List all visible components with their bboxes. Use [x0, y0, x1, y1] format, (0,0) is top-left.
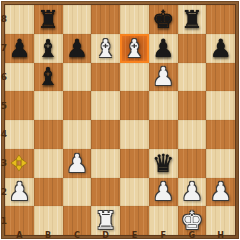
square-e7[interactable]: ♝: [120, 34, 149, 63]
file-label-e: E: [120, 230, 149, 240]
square-e2[interactable]: [120, 178, 149, 207]
square-c3[interactable]: ♟: [63, 149, 92, 178]
square-e3[interactable]: [120, 149, 149, 178]
square-b6[interactable]: ♝: [34, 63, 63, 92]
black-pawn-h7[interactable]: ♟: [209, 36, 231, 61]
square-g2[interactable]: ♟: [178, 178, 207, 207]
white-pawn-f2[interactable]: ♟: [152, 179, 174, 204]
chess-board: ♜♚♜♟♝♟♝♝♟♟♝♟♟♛♟♟♟♟♜♚: [5, 5, 235, 235]
black-bishop-b6[interactable]: ♝: [37, 64, 59, 89]
square-e4[interactable]: [120, 120, 149, 149]
square-a6[interactable]: [5, 63, 34, 92]
file-label-f: F: [149, 230, 178, 240]
square-g7[interactable]: [178, 34, 207, 63]
square-h6[interactable]: [206, 63, 235, 92]
square-f8[interactable]: ♚: [149, 5, 178, 34]
black-pawn-c7[interactable]: ♟: [66, 36, 88, 61]
square-d3[interactable]: [91, 149, 120, 178]
square-b4[interactable]: [34, 120, 63, 149]
square-a4[interactable]: [5, 120, 34, 149]
square-g6[interactable]: [178, 63, 207, 92]
square-c4[interactable]: [63, 120, 92, 149]
file-label-a: A: [5, 230, 34, 240]
square-b7[interactable]: ♝: [34, 34, 63, 63]
black-pawn-f7[interactable]: ♟: [152, 36, 174, 61]
white-bishop-d7[interactable]: ♝: [94, 36, 116, 61]
rank-label-2: 2: [0, 178, 8, 207]
square-f6[interactable]: ♟: [149, 63, 178, 92]
white-pawn-h2[interactable]: ♟: [209, 179, 231, 204]
square-b2[interactable]: [34, 178, 63, 207]
file-label-c: C: [63, 230, 92, 240]
square-h7[interactable]: ♟: [206, 34, 235, 63]
rank-label-6: 6: [0, 63, 8, 92]
square-a7[interactable]: ♟: [5, 34, 34, 63]
white-pawn-c3[interactable]: ♟: [66, 151, 88, 176]
square-d7[interactable]: ♝: [91, 34, 120, 63]
square-c6[interactable]: [63, 63, 92, 92]
square-c2[interactable]: [63, 178, 92, 207]
file-label-h: H: [206, 230, 235, 240]
file-label-d: D: [91, 230, 120, 240]
chess-app-board-view: ♜♚♜♟♝♟♝♝♟♟♝♟♟♛♟♟♟♟♜♚ 87654321 ABCDEFGH: [0, 0, 240, 240]
rank-label-5: 5: [0, 91, 8, 120]
black-queen-f3[interactable]: ♛: [152, 151, 174, 176]
square-d8[interactable]: [91, 5, 120, 34]
black-pawn-a7[interactable]: ♟: [8, 36, 30, 61]
square-a3[interactable]: [5, 149, 34, 178]
square-h2[interactable]: ♟: [206, 178, 235, 207]
rank-label-4: 4: [0, 120, 8, 149]
square-b8[interactable]: ♜: [34, 5, 63, 34]
square-c8[interactable]: [63, 5, 92, 34]
rank-labels: 87654321: [0, 5, 8, 235]
square-f3[interactable]: ♛: [149, 149, 178, 178]
square-d5[interactable]: [91, 91, 120, 120]
square-c5[interactable]: [63, 91, 92, 120]
rank-label-3: 3: [0, 149, 8, 178]
file-label-g: G: [178, 230, 207, 240]
square-c7[interactable]: ♟: [63, 34, 92, 63]
square-f7[interactable]: ♟: [149, 34, 178, 63]
rank-label-7: 7: [0, 34, 8, 63]
square-b3[interactable]: [34, 149, 63, 178]
square-e8[interactable]: [120, 5, 149, 34]
square-f2[interactable]: ♟: [149, 178, 178, 207]
square-a2[interactable]: ♟: [5, 178, 34, 207]
black-rook-b8[interactable]: ♜: [37, 7, 59, 32]
rank-label-8: 8: [0, 5, 8, 34]
black-rook-g8[interactable]: ♜: [181, 7, 203, 32]
square-h3[interactable]: [206, 149, 235, 178]
square-g4[interactable]: [178, 120, 207, 149]
white-pawn-a2[interactable]: ♟: [8, 179, 30, 204]
black-bishop-b7[interactable]: ♝: [37, 36, 59, 61]
square-d4[interactable]: [91, 120, 120, 149]
square-e5[interactable]: [120, 91, 149, 120]
square-g5[interactable]: [178, 91, 207, 120]
square-h5[interactable]: [206, 91, 235, 120]
black-king-f8[interactable]: ♚: [152, 7, 174, 32]
square-b5[interactable]: [34, 91, 63, 120]
square-a8[interactable]: [5, 5, 34, 34]
white-pawn-f6[interactable]: ♟: [152, 64, 174, 89]
square-f4[interactable]: [149, 120, 178, 149]
square-d2[interactable]: [91, 178, 120, 207]
file-label-b: B: [34, 230, 63, 240]
square-d6[interactable]: [91, 63, 120, 92]
square-e6[interactable]: [120, 63, 149, 92]
square-f5[interactable]: [149, 91, 178, 120]
square-g3[interactable]: [178, 149, 207, 178]
square-a5[interactable]: [5, 91, 34, 120]
square-g8[interactable]: ♜: [178, 5, 207, 34]
white-bishop-e7[interactable]: ♝: [123, 36, 145, 61]
white-pawn-g2[interactable]: ♟: [181, 179, 203, 204]
file-labels: ABCDEFGH: [5, 230, 235, 240]
move-marker-icon: [10, 154, 28, 172]
square-h4[interactable]: [206, 120, 235, 149]
square-h8[interactable]: [206, 5, 235, 34]
